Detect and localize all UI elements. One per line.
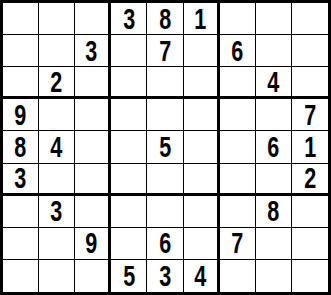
given-digit: 3 (86, 36, 98, 66)
cell-r7c1[interactable] (3, 196, 39, 228)
cell-r3c4[interactable] (111, 67, 147, 99)
cell-r8c1[interactable] (3, 228, 39, 260)
given-digit: 2 (304, 164, 316, 194)
cell-r8c5: 6 (147, 228, 183, 260)
cell-r9c3[interactable] (75, 260, 111, 292)
sudoku-board: 3813762497845613238967534 (0, 0, 331, 295)
cell-r3c8: 4 (256, 67, 292, 99)
cell-r1c4: 3 (111, 3, 147, 35)
cell-r4c8[interactable] (256, 99, 292, 131)
cell-r5c5: 5 (147, 131, 183, 163)
cell-r3c6[interactable] (184, 67, 220, 99)
cell-r5c9: 1 (292, 131, 328, 163)
cell-r9c7[interactable] (220, 260, 256, 292)
cell-r6c5[interactable] (147, 164, 183, 196)
given-digit: 8 (15, 132, 27, 162)
cell-r6c9: 2 (292, 164, 328, 196)
cell-r6c7[interactable] (220, 164, 256, 196)
cell-r5c8: 6 (256, 131, 292, 163)
cell-r8c2[interactable] (39, 228, 75, 260)
cell-r2c1[interactable] (3, 35, 39, 67)
given-digit: 6 (231, 36, 243, 66)
cell-r9c1[interactable] (3, 260, 39, 292)
cell-r1c3[interactable] (75, 3, 111, 35)
cell-r2c2[interactable] (39, 35, 75, 67)
cell-r9c9[interactable] (292, 260, 328, 292)
cell-r1c9[interactable] (292, 3, 328, 35)
cell-r4c2[interactable] (39, 99, 75, 131)
cell-r4c5[interactable] (147, 99, 183, 131)
cell-r4c9: 7 (292, 99, 328, 131)
cell-r6c2[interactable] (39, 164, 75, 196)
cell-r2c3: 3 (75, 35, 111, 67)
given-digit: 7 (159, 36, 171, 66)
cell-r7c7[interactable] (220, 196, 256, 228)
cell-r5c7[interactable] (220, 131, 256, 163)
given-digit: 6 (159, 228, 171, 258)
given-digit: 8 (267, 196, 279, 226)
cell-r6c3[interactable] (75, 164, 111, 196)
cell-r9c6: 4 (184, 260, 220, 292)
cell-r5c1: 8 (3, 131, 39, 163)
cell-r4c1: 9 (3, 99, 39, 131)
cell-r9c8[interactable] (256, 260, 292, 292)
cell-r7c8: 8 (256, 196, 292, 228)
cell-r4c4[interactable] (111, 99, 147, 131)
cell-r8c6[interactable] (184, 228, 220, 260)
given-digit: 4 (51, 132, 63, 162)
cell-r1c2[interactable] (39, 3, 75, 35)
cell-r9c4: 5 (111, 260, 147, 292)
given-digit: 8 (159, 4, 171, 34)
cell-r5c4[interactable] (111, 131, 147, 163)
given-digit: 3 (51, 196, 63, 226)
cell-r4c6[interactable] (184, 99, 220, 131)
given-digit: 4 (267, 67, 279, 97)
given-digit: 5 (159, 132, 171, 162)
cell-r8c9[interactable] (292, 228, 328, 260)
cell-r8c4[interactable] (111, 228, 147, 260)
cell-r2c9[interactable] (292, 35, 328, 67)
cell-r7c3[interactable] (75, 196, 111, 228)
cell-r5c3[interactable] (75, 131, 111, 163)
cell-r2c4[interactable] (111, 35, 147, 67)
cell-r5c6[interactable] (184, 131, 220, 163)
cell-r3c3[interactable] (75, 67, 111, 99)
cell-r3c7[interactable] (220, 67, 256, 99)
cell-r4c7[interactable] (220, 99, 256, 131)
cell-r3c5[interactable] (147, 67, 183, 99)
cell-r1c1[interactable] (3, 3, 39, 35)
cell-r7c6[interactable] (184, 196, 220, 228)
cell-r3c9[interactable] (292, 67, 328, 99)
cell-r8c7: 7 (220, 228, 256, 260)
cell-r9c5: 3 (147, 260, 183, 292)
cell-r8c3: 9 (75, 228, 111, 260)
given-digit: 7 (231, 228, 243, 258)
cell-r3c2: 2 (39, 67, 75, 99)
given-digit: 5 (123, 261, 135, 291)
cell-r3c1[interactable] (3, 67, 39, 99)
cell-r2c7: 6 (220, 35, 256, 67)
cell-r1c7[interactable] (220, 3, 256, 35)
cell-r4c3[interactable] (75, 99, 111, 131)
given-digit: 9 (86, 228, 98, 258)
cell-r1c5: 8 (147, 3, 183, 35)
given-digit: 3 (159, 261, 171, 291)
cell-r1c6: 1 (184, 3, 220, 35)
cell-r2c5: 7 (147, 35, 183, 67)
given-digit: 6 (267, 132, 279, 162)
cell-r5c2: 4 (39, 131, 75, 163)
cell-r6c1: 3 (3, 164, 39, 196)
cell-r2c8[interactable] (256, 35, 292, 67)
cell-r7c5[interactable] (147, 196, 183, 228)
given-digit: 1 (194, 4, 206, 34)
given-digit: 3 (15, 164, 27, 194)
cell-r9c2[interactable] (39, 260, 75, 292)
cell-r1c8[interactable] (256, 3, 292, 35)
cell-r7c4[interactable] (111, 196, 147, 228)
given-digit: 4 (194, 261, 206, 291)
given-digit: 9 (15, 100, 27, 130)
cell-r8c8[interactable] (256, 228, 292, 260)
given-digit: 7 (304, 100, 316, 130)
given-digit: 2 (51, 67, 63, 97)
given-digit: 3 (123, 4, 135, 34)
cell-r2c6[interactable] (184, 35, 220, 67)
cell-r7c2: 3 (39, 196, 75, 228)
given-digit: 1 (304, 132, 316, 162)
cell-r6c4[interactable] (111, 164, 147, 196)
cell-r6c6[interactable] (184, 164, 220, 196)
cell-r6c8[interactable] (256, 164, 292, 196)
cell-r7c9[interactable] (292, 196, 328, 228)
